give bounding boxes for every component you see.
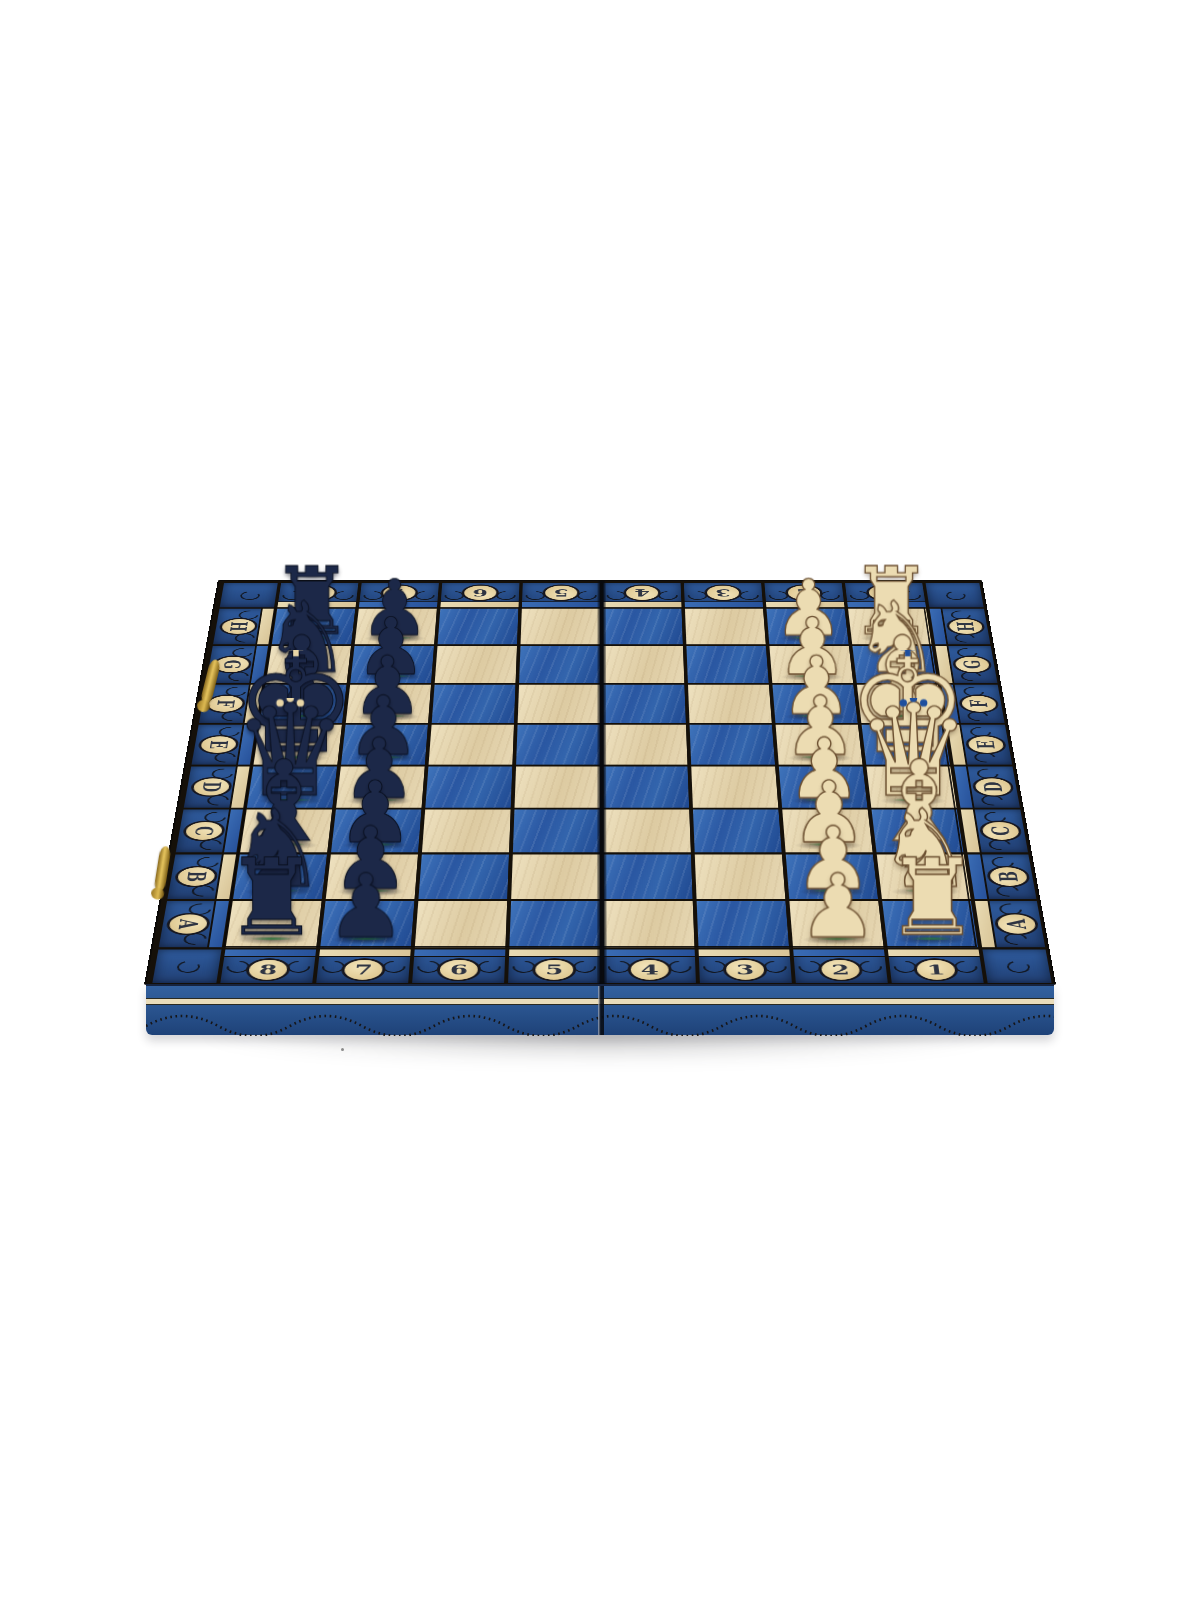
finial-ornament bbox=[905, 641, 910, 656]
square-g5[interactable] bbox=[519, 646, 600, 683]
coordinate-label-2: 2 bbox=[785, 584, 824, 601]
coordinate-cell-2: 2 bbox=[793, 949, 888, 982]
coordinate-label-6: 6 bbox=[461, 584, 499, 601]
coordinate-cell-B: B bbox=[968, 854, 1037, 899]
white-pawn[interactable]: ♟ bbox=[789, 901, 883, 947]
square-c5[interactable] bbox=[513, 810, 600, 853]
border-trim bbox=[522, 601, 600, 607]
coordinate-cell-8: 8 bbox=[220, 949, 316, 982]
square-e5[interactable] bbox=[516, 725, 600, 765]
square-d4[interactable] bbox=[604, 766, 690, 807]
front-edge-seam bbox=[598, 986, 604, 1035]
coordinate-cell-6: 6 bbox=[412, 949, 505, 982]
coordinate-label-1: 1 bbox=[865, 584, 904, 601]
coordinate-cell-3: 3 bbox=[699, 949, 792, 982]
coordinate-cell-5: 5 bbox=[508, 949, 600, 982]
border-trim bbox=[685, 601, 763, 607]
finial-ornament bbox=[910, 694, 917, 701]
border-trim bbox=[440, 601, 518, 607]
square-f4[interactable] bbox=[604, 685, 686, 723]
coordinate-label-2: 2 bbox=[818, 958, 864, 981]
finial-ornament bbox=[287, 694, 294, 701]
coordinate-cell-7: 7 bbox=[316, 949, 410, 982]
square-h5[interactable] bbox=[521, 609, 600, 645]
coordinate-label-5: 5 bbox=[532, 958, 576, 981]
border-corner-ornament bbox=[152, 949, 221, 982]
coordinate-label-4: 4 bbox=[624, 584, 661, 601]
coordinate-label-3: 3 bbox=[723, 958, 768, 981]
coordinate-label-5: 5 bbox=[542, 584, 579, 601]
square-b4[interactable] bbox=[604, 854, 693, 899]
border-trim bbox=[359, 601, 438, 607]
coordinate-cell-D: D bbox=[184, 766, 250, 807]
border-trim bbox=[603, 601, 681, 607]
coordinate-cell-D: D bbox=[954, 766, 1020, 807]
border-trim bbox=[509, 949, 600, 957]
coordinate-cell-B: B bbox=[167, 854, 236, 899]
border-trim bbox=[319, 949, 411, 957]
chess-board: 87654321HHGGFFEEDDCCBBAA87654321♜♞♝♛♚♝♞♜… bbox=[144, 580, 1056, 985]
coordinate-label-7: 7 bbox=[340, 958, 386, 981]
border-corner-ornament bbox=[982, 949, 1051, 982]
square-f5[interactable] bbox=[518, 685, 600, 723]
coordinate-cell-4: 4 bbox=[603, 583, 681, 607]
square-a5[interactable] bbox=[509, 901, 600, 947]
border-trim bbox=[766, 601, 845, 607]
square-c4[interactable] bbox=[604, 810, 691, 853]
coordinate-label-1: 1 bbox=[913, 958, 960, 981]
coordinate-cell-A: A bbox=[975, 901, 1045, 947]
black-pawn[interactable]: ♟ bbox=[320, 901, 414, 947]
border-trim bbox=[888, 949, 980, 957]
border-trim bbox=[793, 949, 885, 957]
coordinate-cell-C: C bbox=[176, 810, 243, 853]
coordinate-label-4: 4 bbox=[628, 958, 672, 981]
border-trim bbox=[604, 949, 695, 957]
board-scene: 87654321HHGGFFEEDDCCBBAA87654321♜♞♝♛♚♝♞♜… bbox=[144, 73, 1056, 985]
border-trim bbox=[277, 601, 356, 607]
coordinate-cell-C: C bbox=[961, 810, 1028, 853]
border-trim bbox=[414, 949, 505, 957]
white-pawn-glyph: ♟ bbox=[749, 870, 926, 943]
product-photo: 87654321HHGGFFEEDDCCBBAA87654321♜♞♝♛♚♝♞♜… bbox=[0, 0, 1200, 1600]
square-d5[interactable] bbox=[515, 766, 600, 807]
border-trim bbox=[847, 601, 926, 607]
coordinate-cell-4: 4 bbox=[604, 949, 696, 982]
finial-ornament bbox=[293, 641, 298, 656]
coordinate-label-6: 6 bbox=[436, 958, 481, 981]
square-e4[interactable] bbox=[604, 725, 688, 765]
border-trim bbox=[699, 949, 790, 957]
black-pawn-glyph: ♟ bbox=[278, 870, 455, 943]
coordinate-cell-5: 5 bbox=[522, 583, 600, 607]
square-b5[interactable] bbox=[511, 854, 600, 899]
square-a4[interactable] bbox=[604, 901, 695, 947]
border-trim bbox=[224, 949, 316, 957]
coordinate-label-8: 8 bbox=[245, 958, 292, 981]
coordinate-cell-A: A bbox=[159, 901, 229, 947]
dust-speck bbox=[341, 1048, 344, 1051]
square-h4[interactable] bbox=[603, 609, 683, 645]
coordinate-label-3: 3 bbox=[704, 584, 742, 601]
coordinate-cell-1: 1 bbox=[888, 949, 984, 982]
board-front-edge bbox=[146, 984, 1054, 1035]
square-g4[interactable] bbox=[603, 646, 684, 683]
